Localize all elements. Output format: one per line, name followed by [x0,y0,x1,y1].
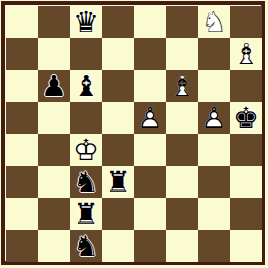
black-rook-glyph: ♜ [70,198,102,230]
black-knight-glyph: ♞ [70,166,102,198]
piece-black-rook[interactable]: ♜ [70,198,102,230]
piece-white-bishop[interactable]: ♝♗ [166,70,198,102]
piece-white-bishop[interactable]: ♝♗ [230,38,262,70]
square-e1[interactable] [134,230,166,262]
square-h4[interactable] [230,134,262,166]
square-a2[interactable] [6,198,38,230]
square-f2[interactable] [166,198,198,230]
square-h2[interactable] [230,198,262,230]
square-g5[interactable]: ♟♙ [198,102,230,134]
square-b2[interactable] [38,198,70,230]
board-frame-border: ♛♞♘♝♗♟♝♝♗♟♙♟♙♚♚♔♞♜♜♞ [1,1,265,265]
square-b8[interactable] [38,6,70,38]
white-pawn-outline-glyph: ♙ [134,102,166,134]
piece-black-bishop[interactable]: ♝ [70,70,102,102]
square-c8[interactable]: ♛ [70,6,102,38]
square-e8[interactable] [134,6,166,38]
square-a1[interactable] [6,230,38,262]
square-c4[interactable]: ♚♔ [70,134,102,166]
piece-black-rook[interactable]: ♜ [102,166,134,198]
square-c5[interactable] [70,102,102,134]
square-f1[interactable] [166,230,198,262]
square-f8[interactable] [166,6,198,38]
square-b3[interactable] [38,166,70,198]
piece-black-knight[interactable]: ♞ [70,230,102,262]
square-b5[interactable] [38,102,70,134]
square-d8[interactable] [102,6,134,38]
square-g7[interactable] [198,38,230,70]
square-g3[interactable] [198,166,230,198]
square-f4[interactable] [166,134,198,166]
square-b4[interactable] [38,134,70,166]
square-f7[interactable] [166,38,198,70]
square-e6[interactable] [134,70,166,102]
black-king-glyph: ♚ [230,102,262,134]
square-a6[interactable] [6,70,38,102]
square-e3[interactable] [134,166,166,198]
square-c2[interactable]: ♜ [70,198,102,230]
square-e5[interactable]: ♟♙ [134,102,166,134]
square-a8[interactable] [6,6,38,38]
square-c6[interactable]: ♝ [70,70,102,102]
square-g2[interactable] [198,198,230,230]
square-c7[interactable] [70,38,102,70]
black-rook-glyph: ♜ [102,166,134,198]
board-frame-inner-line: ♛♞♘♝♗♟♝♝♗♟♙♟♙♚♚♔♞♜♜♞ [5,5,261,261]
square-g6[interactable] [198,70,230,102]
piece-black-knight[interactable]: ♞ [70,166,102,198]
square-e7[interactable] [134,38,166,70]
square-h7[interactable]: ♝♗ [230,38,262,70]
square-d4[interactable] [102,134,134,166]
black-pawn-glyph: ♟ [38,70,70,102]
black-bishop-glyph: ♝ [70,70,102,102]
piece-white-pawn[interactable]: ♟♙ [198,102,230,134]
square-d1[interactable] [102,230,134,262]
square-d6[interactable] [102,70,134,102]
white-pawn-outline-glyph: ♙ [198,102,230,134]
square-b7[interactable] [38,38,70,70]
square-d3[interactable]: ♜ [102,166,134,198]
square-a5[interactable] [6,102,38,134]
square-h8[interactable] [230,6,262,38]
square-f3[interactable] [166,166,198,198]
square-c3[interactable]: ♞ [70,166,102,198]
square-f6[interactable]: ♝♗ [166,70,198,102]
square-g4[interactable] [198,134,230,166]
square-d2[interactable] [102,198,134,230]
white-knight-outline-glyph: ♘ [198,6,230,38]
square-b1[interactable] [38,230,70,262]
square-d5[interactable] [102,102,134,134]
board-frame: ♛♞♘♝♗♟♝♝♗♟♙♟♙♚♚♔♞♜♜♞ [0,0,268,268]
square-h3[interactable] [230,166,262,198]
square-a3[interactable] [6,166,38,198]
square-h5[interactable]: ♚ [230,102,262,134]
piece-black-queen[interactable]: ♛ [70,6,102,38]
square-g8[interactable]: ♞♘ [198,6,230,38]
black-knight-glyph: ♞ [70,230,102,262]
white-bishop-outline-glyph: ♗ [166,70,198,102]
white-bishop-outline-glyph: ♗ [230,38,262,70]
black-queen-glyph: ♛ [70,6,102,38]
piece-white-pawn[interactable]: ♟♙ [134,102,166,134]
square-c1[interactable]: ♞ [70,230,102,262]
chess-board: ♛♞♘♝♗♟♝♝♗♟♙♟♙♚♚♔♞♜♜♞ [6,6,262,262]
square-h6[interactable] [230,70,262,102]
square-h1[interactable] [230,230,262,262]
square-g1[interactable] [198,230,230,262]
piece-white-knight[interactable]: ♞♘ [198,6,230,38]
square-e4[interactable] [134,134,166,166]
square-e2[interactable] [134,198,166,230]
square-f5[interactable] [166,102,198,134]
piece-black-king[interactable]: ♚ [230,102,262,134]
square-a4[interactable] [6,134,38,166]
square-d7[interactable] [102,38,134,70]
square-b6[interactable]: ♟ [38,70,70,102]
white-king-outline-glyph: ♔ [70,134,102,166]
square-a7[interactable] [6,38,38,70]
piece-black-pawn[interactable]: ♟ [38,70,70,102]
piece-white-king[interactable]: ♚♔ [70,134,102,166]
